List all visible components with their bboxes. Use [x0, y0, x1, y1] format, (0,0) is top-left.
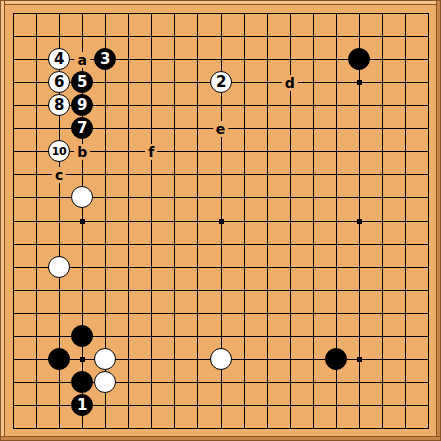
grid-line-vertical [382, 13, 383, 429]
star-point [357, 80, 362, 85]
grid-line-vertical [313, 13, 314, 429]
grid-line-vertical [267, 13, 268, 429]
star-point [357, 357, 362, 362]
grid-line-horizontal [13, 244, 429, 245]
white-stone[interactable] [71, 186, 93, 208]
black-stone[interactable]: 1 [71, 394, 93, 416]
stone-number: 5 [77, 75, 87, 90]
letter-label-b[interactable]: b [74, 144, 90, 160]
star-point [80, 357, 85, 362]
letter-label-f[interactable]: f [145, 144, 157, 160]
stone-number: 7 [77, 121, 87, 136]
grid-line-horizontal [13, 313, 429, 314]
grid-line-vertical [244, 13, 245, 429]
star-point [80, 219, 85, 224]
stone-number: 10 [52, 146, 66, 157]
grid-line-horizontal [13, 290, 429, 291]
star-point [357, 219, 362, 224]
go-board: abcdef35971468102 [0, 0, 441, 441]
letter-label-c[interactable]: c [52, 167, 66, 183]
stone-number: 3 [100, 52, 110, 67]
grid-line-horizontal [13, 267, 429, 268]
letter-label-d[interactable]: d [282, 75, 298, 91]
star-point [219, 219, 224, 224]
black-stone[interactable] [348, 48, 370, 70]
stone-number: 9 [77, 98, 87, 113]
stone-number: 1 [77, 398, 87, 413]
black-stone[interactable] [71, 325, 93, 347]
grid-line-horizontal [13, 428, 429, 429]
letter-label-a[interactable]: a [74, 52, 89, 68]
black-stone[interactable]: 5 [71, 71, 93, 93]
white-stone[interactable] [210, 348, 232, 370]
go-board-diagram: abcdef35971468102 [0, 0, 441, 441]
grid-line-vertical [405, 13, 406, 429]
white-stone[interactable]: 8 [48, 94, 70, 116]
stone-number: 2 [216, 75, 226, 90]
white-stone[interactable]: 10 [48, 140, 70, 162]
black-stone[interactable] [71, 371, 93, 393]
stone-number: 4 [54, 52, 64, 67]
stone-number: 6 [54, 75, 64, 90]
white-stone[interactable]: 6 [48, 71, 70, 93]
grid-line-vertical [428, 13, 429, 429]
white-stone[interactable]: 4 [48, 48, 70, 70]
white-stone[interactable] [94, 348, 116, 370]
black-stone[interactable]: 9 [71, 94, 93, 116]
black-stone[interactable]: 7 [71, 117, 93, 139]
black-stone[interactable]: 3 [94, 48, 116, 70]
black-stone[interactable] [325, 348, 347, 370]
white-stone[interactable]: 2 [210, 71, 232, 93]
letter-label-e[interactable]: e [213, 121, 229, 137]
white-stone[interactable] [48, 256, 70, 278]
black-stone[interactable] [48, 348, 70, 370]
stone-number: 8 [54, 98, 64, 113]
white-stone[interactable] [94, 371, 116, 393]
